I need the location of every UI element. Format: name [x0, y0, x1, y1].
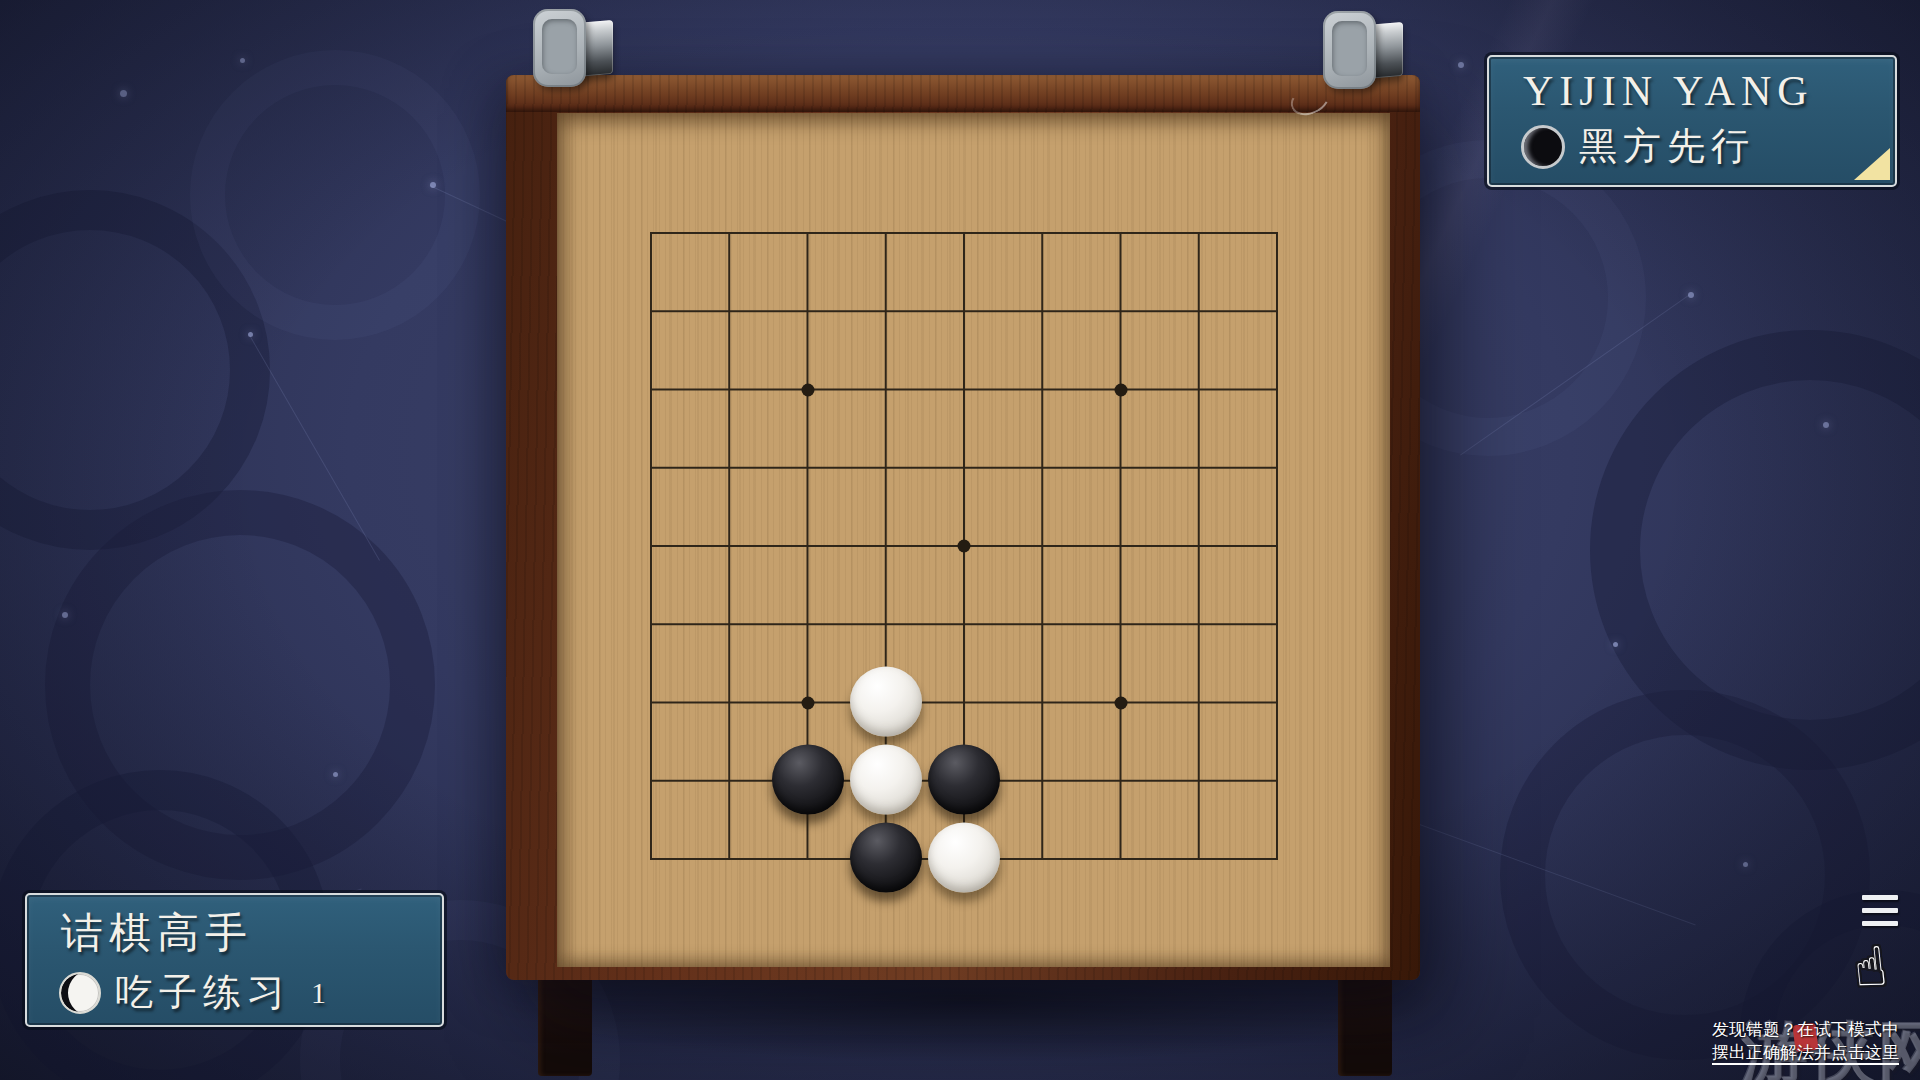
board-clamp-right	[1317, 11, 1407, 89]
bg-dot	[1688, 292, 1694, 298]
next-triangle-icon[interactable]	[1854, 148, 1890, 180]
bg-line	[1395, 815, 1696, 925]
error-report-link[interactable]: 摆出正确解法并点击这里	[1712, 1043, 1899, 1065]
bg-dot	[1823, 422, 1829, 428]
star-point	[1114, 696, 1127, 709]
go-board-grid[interactable]	[650, 232, 1278, 860]
game-screen: YIJIN YANG 黑方先行 诘棋高手 吃子练习 1 游侠网 发现错题？在试下…	[0, 0, 1920, 1080]
clamp-pad	[1323, 11, 1376, 89]
star-point	[801, 383, 814, 396]
hand-cursor-icon: ☝	[1851, 934, 1890, 1000]
stand-leg-right	[1338, 972, 1392, 1076]
level-plate: 诘棋高手 吃子练习 1	[25, 893, 444, 1027]
stand-leg-left	[538, 972, 592, 1076]
game-title: YIJIN YANG	[1523, 67, 1895, 115]
bg-dot	[240, 58, 245, 63]
white-stone-E1	[928, 823, 1000, 893]
bg-dot	[62, 612, 68, 618]
mode-title: 诘棋高手	[61, 905, 442, 961]
turn-indicator-label: 黑方先行	[1579, 121, 1755, 172]
bg-line	[1460, 294, 1690, 455]
exercise-number: 1	[311, 976, 326, 1010]
black-stone-icon	[1521, 125, 1565, 169]
hamburger-menu-icon[interactable]	[1862, 895, 1898, 929]
star-point	[1114, 383, 1127, 396]
star-point	[958, 540, 971, 553]
star-point	[801, 696, 814, 709]
bg-ring	[45, 490, 435, 880]
bg-dot	[1613, 642, 1618, 647]
title-plate[interactable]: YIJIN YANG 黑方先行	[1487, 55, 1897, 187]
black-stone-E2	[928, 744, 1000, 814]
black-stone-D1	[850, 823, 922, 893]
exercise-label: 吃子练习	[115, 967, 291, 1018]
bg-dot	[430, 182, 436, 188]
bg-ring	[1500, 690, 1870, 1060]
white-stone-D2	[850, 744, 922, 814]
error-report-line1: 发现错题？在试下模式中	[1712, 1018, 1912, 1041]
clamp-pad	[533, 9, 586, 87]
bg-dot	[1458, 62, 1464, 68]
bg-dot	[120, 90, 127, 97]
bg-dot	[333, 772, 338, 777]
bg-ring	[1590, 330, 1920, 770]
bg-line	[249, 335, 380, 561]
error-report-note: 发现错题？在试下模式中 摆出正确解法并点击这里	[1712, 1018, 1912, 1064]
black-stone-C2	[772, 744, 844, 814]
bg-ring	[190, 50, 480, 340]
board-clamp-left	[527, 9, 617, 87]
white-stone-D3	[850, 666, 922, 736]
bg-dot	[248, 332, 253, 337]
bg-ring	[0, 190, 270, 550]
bg-dot	[1743, 862, 1748, 867]
white-stone-icon	[59, 972, 101, 1014]
